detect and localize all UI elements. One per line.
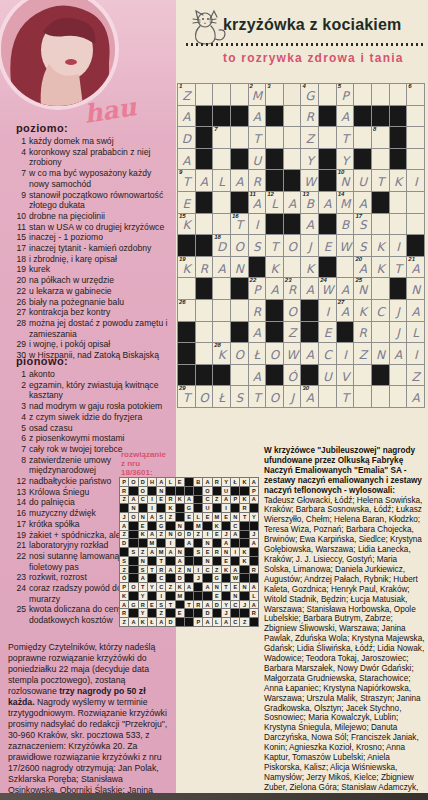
grid-cell-4-4	[231, 149, 248, 170]
grid-cell-8-11[interactable]: S	[354, 235, 371, 256]
cell-letter: Y	[341, 154, 348, 168]
cell-letter: M	[177, 593, 182, 599]
solution-cell-7-14	[240, 531, 248, 539]
cell-letter: A	[141, 575, 145, 581]
grid-cell-1-13[interactable]	[390, 84, 407, 105]
grid-cell-13-7[interactable]: W	[284, 343, 301, 364]
grid-cell-5-5[interactable]: R	[249, 170, 266, 191]
grid-cell-11-13[interactable]: J	[390, 300, 407, 321]
clue-text: osad czasu	[29, 423, 173, 434]
solution-cell-5-7	[176, 513, 184, 521]
grid-cell-9-1[interactable]: 19K	[178, 257, 195, 278]
grid-cell-9-9	[319, 257, 336, 278]
clue-number: 15	[13, 232, 26, 243]
solution-cell-4-15	[250, 504, 258, 512]
grid-cell-4-11	[354, 149, 371, 170]
grid-cell-3-8[interactable]: Z	[301, 127, 318, 148]
solution-label-line: rozwiązanie	[121, 450, 166, 459]
cell-letter: A	[412, 262, 420, 276]
clue-text: każdy domek ma swój	[29, 136, 173, 147]
grid-cell-5-3[interactable]: L	[213, 170, 230, 191]
cell-letter: N	[178, 523, 182, 529]
cell-letter: A	[224, 496, 228, 502]
cell-letter: U	[323, 370, 332, 384]
clue-number: 7	[13, 444, 26, 455]
grid-cell-8-9[interactable]: E	[319, 235, 336, 256]
grid-cell-7-14[interactable]	[407, 214, 424, 235]
clue-text: biały na pożegnanie balu	[29, 297, 173, 308]
grid-cell-10-3[interactable]	[213, 278, 230, 299]
grid-cell-13-6[interactable]: O	[266, 343, 283, 364]
grid-cell-3-12[interactable]: 8	[372, 127, 389, 148]
solution-cell-3-4: I	[148, 496, 156, 504]
grid-cell-7-5[interactable]: I	[249, 214, 266, 235]
cell-letter: M	[150, 540, 155, 546]
solution-cell-17-5: A	[157, 618, 165, 626]
grid-cell-2-10[interactable]: A	[337, 106, 354, 127]
clue-number: 17	[13, 519, 26, 530]
cell-letter: K	[376, 240, 384, 254]
cell-letter: G	[187, 505, 191, 511]
grid-cell-7-2[interactable]	[196, 214, 213, 235]
cell-letter: A	[306, 348, 314, 362]
grid-cell-15-14[interactable]: A	[407, 386, 424, 407]
grid-cell-2-1[interactable]: A	[178, 106, 195, 127]
solution-cell-6-13: C	[231, 522, 239, 530]
grid-cell-8-12[interactable]: K	[372, 235, 389, 256]
grid-cell-1-10[interactable]: 5P	[337, 84, 354, 105]
grid-cell-11-10[interactable]: 27A	[337, 300, 354, 321]
grid-cell-6-1[interactable]: E	[178, 192, 195, 213]
grid-cell-8-8[interactable]: J	[301, 235, 318, 256]
solution-cell-14-5: I	[157, 592, 165, 600]
grid-cell-13-9[interactable]: C	[319, 343, 336, 364]
grid-cell-14-11[interactable]	[354, 365, 371, 386]
solution-cell-8-15: A	[250, 539, 258, 547]
solution-cell-10-14: K	[240, 557, 248, 565]
solution-cell-16-3: Y	[139, 609, 147, 617]
grid-cell-5-8[interactable]: W	[301, 170, 318, 191]
grid-cell-3-4[interactable]	[231, 127, 248, 148]
grid-cell-10-12[interactable]	[372, 278, 389, 299]
solution-cell-15-14: J	[240, 601, 248, 609]
solution-cell-16-2	[129, 609, 137, 617]
solution-cell-11-15: R	[250, 566, 258, 574]
solution-cell-5-6: Z	[166, 513, 174, 521]
solution-cell-8-11	[213, 539, 221, 547]
cell-letter: B	[341, 218, 349, 232]
grid-cell-3-6[interactable]	[266, 127, 283, 148]
grid-cell-14-10[interactable]: V	[337, 365, 354, 386]
cell-letter: K	[306, 262, 314, 276]
grid-cell-6-3[interactable]	[213, 192, 230, 213]
cell-letter: N	[233, 593, 237, 599]
grid-cell-3-7[interactable]	[284, 127, 301, 148]
solution-cell-1-6: L	[166, 478, 174, 486]
cell-letter: O	[140, 488, 144, 494]
grid-cell-4-10[interactable]: Y	[337, 149, 354, 170]
grid-cell-5-14[interactable]: I	[407, 170, 424, 191]
clue-across-7: 7w co ma być wyposażony każdy nowy samoc…	[13, 168, 173, 189]
previous-solution-grid: PODHALEBARYŁKARONOUPZACIERKACZAPKANIKGUI…	[119, 477, 259, 627]
clue-across-15: 15inaczej - 1 poziomo	[13, 232, 173, 243]
cell-letter: C	[233, 619, 237, 625]
grid-cell-6-6[interactable]: 12L	[266, 192, 283, 213]
grid-cell-8-2	[196, 235, 213, 256]
solution-cell-3-14: K	[240, 496, 248, 504]
grid-cell-15-6[interactable]: O	[266, 386, 283, 407]
grid-cell-5-10[interactable]: 10N	[337, 170, 354, 191]
grid-cell-2-7[interactable]	[284, 106, 301, 127]
grid-cell-8-13[interactable]: I	[390, 235, 407, 256]
solution-cell-2-1: R	[120, 487, 128, 495]
clue-text: z piosenkowymi mostami	[29, 433, 173, 444]
cell-letter: A	[159, 479, 163, 485]
grid-cell-13-3[interactable]: 28K	[213, 343, 230, 364]
solution-cell-1-14: K	[240, 478, 248, 486]
grid-cell-11-11[interactable]: K	[354, 300, 371, 321]
grid-cell-4-8[interactable]: Y	[301, 149, 318, 170]
grid-cell-15-3[interactable]: Ł	[213, 386, 230, 407]
grid-cell-11-4[interactable]	[231, 300, 248, 321]
grid-cell-12-14[interactable]: L	[407, 322, 424, 343]
cell-letter: Z	[182, 89, 190, 103]
grid-cell-2-8[interactable]: R	[301, 106, 318, 127]
cell-letter: C	[376, 305, 384, 319]
grid-cell-6-5[interactable]: 11A	[249, 192, 266, 213]
grid-cell-15-7[interactable]: J	[284, 386, 301, 407]
clue-text: drobne na pięciolinii	[29, 211, 173, 222]
grid-cell-11-8	[301, 300, 318, 321]
grid-cell-4-1[interactable]: A	[178, 149, 195, 170]
grid-cell-9-7[interactable]	[284, 257, 301, 278]
grid-cell-12-13[interactable]: J	[390, 322, 407, 343]
grid-cell-12-3[interactable]	[213, 322, 230, 343]
cell-letter: U	[206, 505, 210, 511]
grid-cell-12-7[interactable]: Z	[284, 322, 301, 343]
solution-label-line: z nru	[121, 459, 166, 468]
grid-cell-5-12[interactable]: T	[372, 170, 389, 191]
grid-cell-14-7[interactable]: Ó	[284, 365, 301, 386]
grid-cell-9-12[interactable]: K	[372, 257, 389, 278]
cell-letter: C	[233, 523, 237, 529]
cell-letter: Z	[359, 348, 367, 362]
grid-cell-7-8[interactable]: A	[301, 214, 318, 235]
solution-cell-15-9: R	[194, 601, 202, 609]
grid-cell-6-11[interactable]: A	[354, 192, 371, 213]
grid-cell-9-13[interactable]: T	[390, 257, 407, 278]
grid-cell-13-5[interactable]: Ł	[249, 343, 266, 364]
grid-cell-10-11[interactable]: 25N	[354, 278, 371, 299]
solution-cell-4-12: I	[222, 504, 230, 512]
solution-cell-17-13: C	[231, 618, 239, 626]
grid-cell-1-5[interactable]: 2M	[249, 84, 266, 105]
cell-letter: K	[243, 479, 247, 485]
grid-cell-5-13[interactable]: K	[390, 170, 407, 191]
grid-cell-8-5[interactable]: S	[249, 235, 266, 256]
cell-letter: R	[196, 602, 200, 608]
grid-cell-6-9[interactable]: A	[319, 192, 336, 213]
grid-cell-4-3[interactable]	[213, 149, 230, 170]
grid-cell-1-12[interactable]	[372, 84, 389, 105]
grid-cell-6-7[interactable]: A	[284, 192, 301, 213]
grid-cell-10-6[interactable]: A	[266, 278, 283, 299]
grid-cell-2-6	[266, 106, 283, 127]
clue-text: egzamin, który zwiastują kwitnące kaszta…	[29, 380, 173, 401]
grid-cell-7-12[interactable]	[372, 214, 389, 235]
solution-cell-4-6: K	[166, 504, 174, 512]
cell-letter: L	[271, 197, 278, 211]
cell-letter: Z	[243, 619, 246, 625]
grid-cell-7-13[interactable]	[390, 214, 407, 235]
solution-cell-15-7	[176, 601, 184, 609]
grid-cell-8-6[interactable]: T	[266, 235, 283, 256]
grid-cell-13-10[interactable]: I	[337, 343, 354, 364]
grid-cell-12-10	[337, 322, 354, 343]
grid-cell-6-14[interactable]	[407, 192, 424, 213]
grid-cell-1-9[interactable]	[319, 84, 336, 105]
grid-cell-7-10[interactable]: B	[337, 214, 354, 235]
grid-cell-13-8[interactable]: A	[301, 343, 318, 364]
cell-letter: E	[178, 610, 182, 616]
cell-letter: S	[359, 240, 367, 254]
grid-cell-3-3[interactable]: 7	[213, 127, 230, 148]
solution-cell-11-11: Z	[213, 566, 221, 574]
cell-letter: A	[252, 479, 256, 485]
clue-number: 21	[13, 540, 26, 551]
grid-cell-4-14[interactable]	[407, 149, 424, 170]
grid-cell-3-9[interactable]	[319, 127, 336, 148]
grid-cell-9-11[interactable]: 20A	[354, 257, 371, 278]
cell-number: 24	[320, 277, 327, 283]
cell-letter: I	[207, 531, 209, 537]
grid-cell-9-14[interactable]: 21A	[407, 257, 424, 278]
grid-cell-1-2[interactable]	[196, 84, 213, 105]
cell-letter: T	[183, 175, 190, 189]
grid-cell-2-9	[319, 106, 336, 127]
grid-cell-11-14[interactable]: A	[407, 300, 424, 321]
cell-letter: A	[306, 391, 314, 405]
solution-cell-17-11: L	[213, 618, 221, 626]
grid-cell-11-5[interactable]: R	[249, 300, 266, 321]
grid-cell-12-2[interactable]	[196, 322, 213, 343]
grid-cell-15-13[interactable]	[390, 386, 407, 407]
solution-label-line: 18/3601:	[121, 468, 166, 477]
grid-cell-15-5[interactable]: T	[249, 386, 266, 407]
grid-cell-7-11[interactable]: 17S	[354, 214, 371, 235]
cell-letter: E	[324, 326, 332, 340]
grid-cell-10-5[interactable]: 22P	[249, 278, 266, 299]
grid-cell-12-4	[231, 322, 248, 343]
grid-cell-1-14[interactable]: 6	[407, 84, 424, 105]
grid-cell-5-2[interactable]: A	[196, 170, 213, 191]
cell-letter: A	[288, 197, 296, 211]
grid-cell-11-3[interactable]	[213, 300, 230, 321]
grid-cell-1-8[interactable]: 4G	[301, 84, 318, 105]
grid-cell-11-12[interactable]: C	[372, 300, 389, 321]
grid-cell-3-14[interactable]	[407, 127, 424, 148]
cell-letter: S	[122, 558, 126, 564]
grid-cell-1-11[interactable]	[354, 84, 371, 105]
solution-cell-13-13: E	[231, 583, 239, 591]
cell-letter: A	[252, 496, 256, 502]
solution-cell-13-9	[194, 583, 202, 591]
grid-cell-12-11[interactable]: R	[354, 322, 371, 343]
grid-cell-11-2[interactable]	[196, 300, 213, 321]
grid-cell-8-10[interactable]: W	[337, 235, 354, 256]
solution-cell-6-9: M	[194, 522, 202, 530]
grid-cell-15-9[interactable]	[319, 386, 336, 407]
solution-cell-15-10: A	[203, 601, 211, 609]
solution-cell-11-4: T	[148, 566, 156, 574]
grid-cell-13-14[interactable]: I	[407, 343, 424, 364]
grid-cell-9-8[interactable]: K	[301, 257, 318, 278]
solution-cell-17-9: P	[194, 618, 202, 626]
grid-cell-14-9[interactable]: U	[319, 365, 336, 386]
grid-cell-3-5[interactable]: T	[249, 127, 266, 148]
grid-cell-11-7[interactable]: O	[284, 300, 301, 321]
grid-cell-7-3[interactable]	[213, 214, 230, 235]
grid-cell-6-12	[372, 192, 389, 213]
solution-cell-2-4	[148, 487, 156, 495]
grid-cell-11-9[interactable]: I	[319, 300, 336, 321]
grid-cell-13-12[interactable]: N	[372, 343, 389, 364]
cell-letter: W	[304, 175, 316, 189]
cell-letter: R	[168, 496, 172, 502]
grid-cell-8-3[interactable]: 18D	[213, 235, 230, 256]
solution-cell-1-2: O	[129, 478, 137, 486]
grid-cell-13-2[interactable]	[196, 343, 213, 364]
grid-cell-8-4[interactable]: O	[231, 235, 248, 256]
clue-number: 1	[13, 369, 26, 380]
grid-cell-3-1[interactable]: D	[178, 127, 195, 148]
magazine-page: hau poziomo: 1każdy domek ma swój4koronk…	[0, 0, 428, 800]
solution-cell-15-1: A	[120, 601, 128, 609]
cell-letter: K	[178, 584, 182, 590]
grid-cell-9-3[interactable]: A	[213, 257, 230, 278]
grid-cell-12-5[interactable]: A	[249, 322, 266, 343]
grid-cell-7-4[interactable]: 16T	[231, 214, 248, 235]
cell-letter: I	[343, 348, 347, 362]
grid-cell-1-3[interactable]	[213, 84, 230, 105]
solution-cell-14-13: N	[231, 592, 239, 600]
grid-cell-10-1[interactable]	[178, 278, 195, 299]
cell-letter: T	[224, 584, 227, 590]
grid-cell-10-9[interactable]: 24W	[319, 278, 336, 299]
grid-cell-3-10[interactable]: T	[337, 127, 354, 148]
solution-cell-10-3: N	[139, 557, 147, 565]
solution-cell-17-8	[185, 618, 193, 626]
grid-cell-15-1[interactable]: 29T	[178, 386, 195, 407]
grid-cell-10-8[interactable]: A	[301, 278, 318, 299]
solution-cell-5-11: M	[213, 513, 221, 521]
grid-cell-15-2[interactable]: O	[196, 386, 213, 407]
grid-cell-15-11[interactable]	[354, 386, 371, 407]
cell-letter: L	[218, 175, 225, 189]
cell-letter: S	[141, 567, 145, 573]
grid-cell-4-12[interactable]	[372, 149, 389, 170]
grid-cell-14-13[interactable]	[390, 365, 407, 386]
cell-letter: E	[159, 496, 163, 502]
grid-cell-15-10[interactable]: T	[337, 386, 354, 407]
cell-letter: D	[122, 540, 126, 546]
solution-cell-3-9	[194, 496, 202, 504]
cell-letter: G	[305, 89, 314, 103]
solution-cell-2-3: O	[139, 487, 147, 495]
grid-cell-1-6[interactable]: 3	[266, 84, 283, 105]
cell-letter: S	[235, 391, 243, 405]
grid-cell-3-11[interactable]	[354, 127, 371, 148]
grid-cell-1-4[interactable]	[231, 84, 248, 105]
grid-cell-14-5[interactable]: A	[249, 365, 266, 386]
grid-cell-2-5[interactable]: A	[249, 106, 266, 127]
grid-cell-11-1[interactable]: 26	[178, 300, 195, 321]
solution-cell-15-11: D	[213, 601, 221, 609]
cell-letter: N	[141, 558, 145, 564]
grid-cell-14-4[interactable]	[231, 365, 248, 386]
grid-cell-2-14[interactable]	[407, 106, 424, 127]
grid-cell-13-11[interactable]: Z	[354, 343, 371, 364]
cell-letter: N	[178, 549, 182, 555]
cell-letter: C	[159, 584, 163, 590]
cell-letter: K	[224, 567, 228, 573]
grid-cell-7-1[interactable]: 15K	[178, 214, 195, 235]
grid-cell-6-13[interactable]	[390, 192, 407, 213]
grid-cell-5-11[interactable]: U	[354, 170, 371, 191]
solution-cell-16-1: R	[120, 609, 128, 617]
grid-cell-10-10[interactable]: A	[337, 278, 354, 299]
grid-cell-10-14[interactable]: N	[407, 278, 424, 299]
cell-letter: A	[270, 283, 278, 297]
cell-letter: K	[122, 593, 126, 599]
grid-cell-9-2[interactable]: R	[196, 257, 213, 278]
grid-cell-12-9[interactable]: E	[319, 322, 336, 343]
clue-text: i wojnę, i pokój opisał	[29, 339, 173, 350]
cell-letter: L	[169, 479, 172, 485]
grid-cell-14-14[interactable]: Z	[407, 365, 424, 386]
cell-letter: Z	[159, 531, 162, 537]
grid-cell-6-10[interactable]: 14M	[337, 192, 354, 213]
grid-cell-1-1[interactable]: 1Z	[178, 84, 195, 105]
grid-cell-9-6[interactable]: K	[266, 257, 283, 278]
grid-cell-7-7	[284, 214, 301, 235]
solution-cell-1-13: Ł	[231, 478, 239, 486]
solution-cell-10-15	[250, 557, 258, 565]
grid-cell-10-7[interactable]: 23R	[284, 278, 301, 299]
cell-number: 1	[179, 83, 182, 89]
clue-across-27: 27kontrakcja bez kontry	[13, 307, 173, 318]
cell-letter: E	[224, 558, 228, 564]
grid-cell-2-2	[196, 106, 213, 127]
grid-cell-15-12[interactable]	[372, 386, 389, 407]
grid-cell-15-4[interactable]: S	[231, 386, 248, 407]
grid-cell-9-4[interactable]: N	[231, 257, 248, 278]
cell-letter: R	[200, 262, 208, 276]
grid-cell-5-1[interactable]: 9T	[178, 170, 195, 191]
grid-cell-8-7[interactable]: O	[284, 235, 301, 256]
solution-cell-15-6: T	[166, 601, 174, 609]
solution-cell-14-8	[185, 592, 193, 600]
grid-cell-12-12[interactable]	[372, 322, 389, 343]
grid-cell-13-4[interactable]: O	[231, 343, 248, 364]
grid-cell-9-10[interactable]	[337, 257, 354, 278]
grid-cell-4-7[interactable]	[284, 149, 301, 170]
grid-cell-15-8[interactable]: 30A	[301, 386, 318, 407]
grid-cell-5-4[interactable]: A	[231, 170, 248, 191]
grid-cell-13-13[interactable]: A	[390, 343, 407, 364]
grid-cell-4-5[interactable]: U	[249, 149, 266, 170]
grid-cell-6-8[interactable]: 13B	[301, 192, 318, 213]
